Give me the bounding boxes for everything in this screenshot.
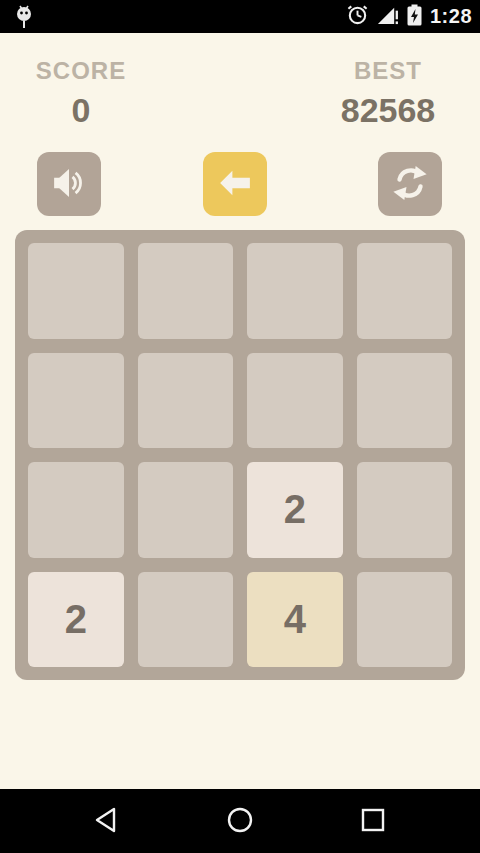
cell-r3c0: 2 <box>28 572 124 668</box>
cell-r3c1 <box>138 572 234 668</box>
speaker-icon <box>48 162 90 207</box>
refresh-icon <box>389 162 431 207</box>
score-panel: SCORE 0 <box>21 57 141 130</box>
cell-r0c3 <box>357 243 453 339</box>
recents-icon <box>359 806 387 837</box>
best-label: BEST <box>318 57 458 85</box>
cell-r1c2 <box>247 353 343 449</box>
cell-r0c2 <box>247 243 343 339</box>
cell-r2c0 <box>28 462 124 558</box>
undo-button[interactable] <box>203 152 267 216</box>
board-2048[interactable]: 2 2 4 <box>15 230 465 680</box>
cell-r0c0 <box>28 243 124 339</box>
android-debug-icon <box>12 3 36 34</box>
cell-r3c2: 4 <box>247 572 343 668</box>
status-bar: 1:28 <box>0 0 480 33</box>
best-panel: BEST 82568 <box>318 57 458 130</box>
score-value: 0 <box>21 91 141 130</box>
clock-time: 1:28 <box>430 5 472 28</box>
android-nav-bar <box>0 789 480 853</box>
cell-r2c1 <box>138 462 234 558</box>
restart-button[interactable] <box>378 152 442 216</box>
best-value: 82568 <box>318 91 458 130</box>
nav-back-button[interactable] <box>75 789 139 853</box>
screen: 1:28 SCORE 0 BEST 82568 <box>0 0 480 853</box>
cell-r2c2: 2 <box>247 462 343 558</box>
cell-r1c1 <box>138 353 234 449</box>
back-icon <box>93 806 121 837</box>
cell-r3c3 <box>357 572 453 668</box>
arrow-left-icon <box>214 162 256 207</box>
signal-alert-icon <box>376 3 399 30</box>
cell-r1c0 <box>28 353 124 449</box>
nav-home-button[interactable] <box>208 789 272 853</box>
cell-r2c3 <box>357 462 453 558</box>
home-icon <box>226 806 254 837</box>
battery-charging-icon <box>406 3 423 31</box>
alarm-icon <box>346 3 369 30</box>
score-label: SCORE <box>21 57 141 85</box>
sound-toggle-button[interactable] <box>37 152 101 216</box>
nav-recents-button[interactable] <box>341 789 405 853</box>
cell-r1c3 <box>357 353 453 449</box>
cell-r0c1 <box>138 243 234 339</box>
